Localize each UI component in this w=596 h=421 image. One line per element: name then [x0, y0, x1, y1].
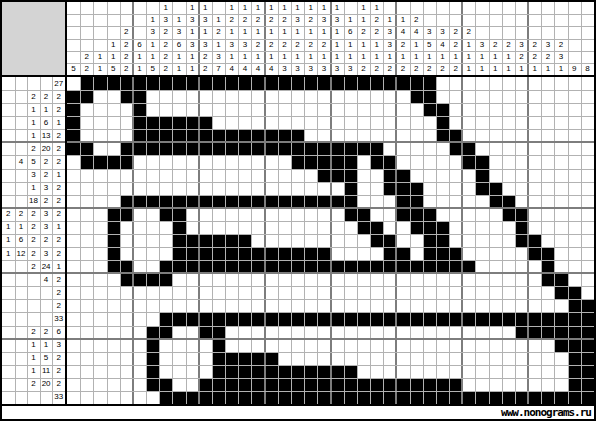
board-cell[interactable] — [304, 247, 317, 260]
col-clue-cell[interactable]: 6 — [133, 39, 146, 51]
board-cell[interactable] — [212, 234, 225, 247]
board-cell[interactable] — [80, 195, 93, 208]
board-cell[interactable] — [581, 155, 594, 168]
row-clue-cell[interactable]: 2 — [2, 208, 15, 221]
col-clue-cell[interactable]: 1 — [172, 14, 185, 26]
board-cell[interactable] — [172, 378, 185, 391]
board-cell[interactable] — [120, 90, 133, 103]
row-clue-cell[interactable]: 20 — [40, 142, 53, 155]
board-cell[interactable] — [133, 352, 146, 365]
board-cell[interactable] — [199, 169, 212, 182]
col-clue-cell[interactable]: 3 — [199, 39, 212, 51]
board-cell[interactable] — [410, 260, 423, 273]
board-cell[interactable] — [93, 273, 106, 286]
board-cell[interactable] — [278, 365, 291, 378]
board-cell[interactable] — [396, 221, 409, 234]
board-cell[interactable] — [541, 103, 554, 116]
board-cell[interactable] — [489, 195, 502, 208]
board-cell[interactable] — [344, 90, 357, 103]
col-clue-cell[interactable]: 8 — [581, 63, 594, 75]
board-cell[interactable] — [146, 312, 159, 325]
board-cell[interactable] — [225, 129, 238, 142]
board-cell[interactable] — [186, 103, 199, 116]
col-clue-cell[interactable]: 1 — [410, 39, 423, 51]
col-clue-cell[interactable]: 1 — [357, 14, 370, 26]
row-clue-cell[interactable]: 1 — [27, 365, 40, 378]
row-clue-cell[interactable]: 2 — [52, 195, 65, 208]
board-cell[interactable] — [67, 273, 80, 286]
board-cell[interactable] — [317, 103, 330, 116]
row-clue-cell[interactable]: 1 — [27, 116, 40, 129]
col-clue-cell[interactable]: 2 — [423, 63, 436, 75]
col-clue-cell[interactable]: 1 — [489, 63, 502, 75]
board-cell[interactable] — [423, 273, 436, 286]
board-cell[interactable] — [93, 260, 106, 273]
board-cell[interactable] — [67, 234, 80, 247]
col-clue-cell[interactable]: 2 — [251, 39, 264, 51]
col-clue-cell[interactable]: 1 — [212, 39, 225, 51]
board-cell[interactable] — [120, 273, 133, 286]
board-cell[interactable] — [291, 286, 304, 299]
col-clue-cell[interactable]: 1 — [225, 2, 238, 14]
board-cell[interactable] — [93, 116, 106, 129]
board-cell[interactable] — [331, 339, 344, 352]
board-cell[interactable] — [80, 182, 93, 195]
board-cell[interactable] — [159, 286, 172, 299]
board-cell[interactable] — [436, 221, 449, 234]
board-cell[interactable] — [449, 169, 462, 182]
board-cell[interactable] — [554, 142, 567, 155]
board-cell[interactable] — [67, 182, 80, 195]
board-cell[interactable] — [186, 234, 199, 247]
board-cell[interactable] — [370, 116, 383, 129]
board-cell[interactable] — [317, 378, 330, 391]
board-cell[interactable] — [581, 169, 594, 182]
col-clue-cell[interactable]: 1 — [554, 63, 567, 75]
board-cell[interactable] — [93, 299, 106, 312]
board-cell[interactable] — [107, 260, 120, 273]
board-cell[interactable] — [581, 208, 594, 221]
board-cell[interactable] — [278, 77, 291, 90]
board-cell[interactable] — [515, 90, 528, 103]
board-cell[interactable] — [568, 195, 581, 208]
board-cell[interactable] — [172, 273, 185, 286]
board-cell[interactable] — [199, 339, 212, 352]
board-cell[interactable] — [568, 286, 581, 299]
board-cell[interactable] — [291, 221, 304, 234]
row-clue-cell[interactable]: 2 — [52, 103, 65, 116]
row-clue-cell[interactable]: 1 — [2, 234, 15, 247]
board-cell[interactable] — [370, 312, 383, 325]
board-cell[interactable] — [107, 365, 120, 378]
board-cell[interactable] — [436, 378, 449, 391]
board-cell[interactable] — [462, 208, 475, 221]
board-cell[interactable] — [278, 195, 291, 208]
board-cell[interactable] — [186, 273, 199, 286]
board-cell[interactable] — [515, 339, 528, 352]
board-cell[interactable] — [449, 352, 462, 365]
board-cell[interactable] — [489, 129, 502, 142]
board-cell[interactable] — [423, 260, 436, 273]
board-cell[interactable] — [120, 299, 133, 312]
board-cell[interactable] — [238, 234, 251, 247]
col-clue-cell[interactable]: 2 — [528, 39, 541, 51]
board-cell[interactable] — [225, 155, 238, 168]
board-cell[interactable] — [436, 142, 449, 155]
board-cell[interactable] — [159, 103, 172, 116]
col-clue-cell[interactable]: 1 — [212, 14, 225, 26]
board-cell[interactable] — [554, 365, 567, 378]
board-cell[interactable] — [357, 195, 370, 208]
board-cell[interactable] — [291, 299, 304, 312]
board-cell[interactable] — [489, 299, 502, 312]
board-cell[interactable] — [278, 103, 291, 116]
board-cell[interactable] — [475, 378, 488, 391]
board-cell[interactable] — [265, 221, 278, 234]
board-cell[interactable] — [278, 326, 291, 339]
board-cell[interactable] — [396, 378, 409, 391]
col-clue-cell[interactable]: 2 — [410, 14, 423, 26]
board-cell[interactable] — [410, 365, 423, 378]
board-cell[interactable] — [489, 234, 502, 247]
board-cell[interactable] — [541, 299, 554, 312]
board-cell[interactable] — [107, 103, 120, 116]
board-cell[interactable] — [120, 326, 133, 339]
board-cell[interactable] — [317, 286, 330, 299]
board-cell[interactable] — [528, 286, 541, 299]
board-cell[interactable] — [515, 169, 528, 182]
board-cell[interactable] — [225, 339, 238, 352]
board-cell[interactable] — [502, 234, 515, 247]
board-cell[interactable] — [344, 195, 357, 208]
board-cell[interactable] — [568, 221, 581, 234]
board-cell[interactable] — [449, 299, 462, 312]
board-cell[interactable] — [331, 352, 344, 365]
board-cell[interactable] — [502, 208, 515, 221]
board-cell[interactable] — [528, 312, 541, 325]
board-cell[interactable] — [568, 182, 581, 195]
board-cell[interactable] — [568, 116, 581, 129]
board-cell[interactable] — [357, 391, 370, 404]
col-clue-cell[interactable]: 5 — [146, 63, 159, 75]
board-cell[interactable] — [554, 208, 567, 221]
board-cell[interactable] — [107, 77, 120, 90]
board-cell[interactable] — [331, 77, 344, 90]
board-cell[interactable] — [120, 103, 133, 116]
board-cell[interactable] — [265, 234, 278, 247]
board-cell[interactable] — [436, 169, 449, 182]
board-cell[interactable] — [159, 352, 172, 365]
board-cell[interactable] — [225, 208, 238, 221]
board-cell[interactable] — [489, 169, 502, 182]
board-cell[interactable] — [581, 391, 594, 404]
row-clue-cell[interactable]: 2 — [52, 182, 65, 195]
board-cell[interactable] — [238, 326, 251, 339]
board-cell[interactable] — [568, 247, 581, 260]
board-cell[interactable] — [172, 339, 185, 352]
board-cell[interactable] — [159, 182, 172, 195]
board-cell[interactable] — [383, 90, 396, 103]
board-cell[interactable] — [410, 142, 423, 155]
col-clue-cell[interactable]: 3 — [344, 63, 357, 75]
board-cell[interactable] — [186, 352, 199, 365]
col-clue-cell[interactable]: 3 — [317, 14, 330, 26]
col-clue-cell[interactable]: 3 — [383, 26, 396, 38]
board-cell[interactable] — [344, 391, 357, 404]
board-cell[interactable] — [449, 182, 462, 195]
board-cell[interactable] — [251, 182, 264, 195]
col-clue-cell[interactable]: 1 — [186, 26, 199, 38]
board-cell[interactable] — [278, 182, 291, 195]
board-cell[interactable] — [159, 247, 172, 260]
col-clue-cell[interactable]: 1 — [291, 2, 304, 14]
board-cell[interactable] — [199, 221, 212, 234]
board-cell[interactable] — [67, 247, 80, 260]
board-cell[interactable] — [475, 129, 488, 142]
board-cell[interactable] — [344, 182, 357, 195]
col-clue-cell[interactable]: 2 — [502, 39, 515, 51]
board-cell[interactable] — [172, 77, 185, 90]
board-cell[interactable] — [344, 142, 357, 155]
row-clue-cell[interactable]: 1 — [27, 129, 40, 142]
board-cell[interactable] — [265, 142, 278, 155]
board-cell[interactable] — [581, 103, 594, 116]
board-cell[interactable] — [172, 352, 185, 365]
board-cell[interactable] — [396, 155, 409, 168]
board-cell[interactable] — [107, 312, 120, 325]
board-cell[interactable] — [568, 352, 581, 365]
board-cell[interactable] — [357, 299, 370, 312]
board-cell[interactable] — [331, 391, 344, 404]
board-cell[interactable] — [265, 286, 278, 299]
board-cell[interactable] — [146, 169, 159, 182]
board-cell[interactable] — [528, 182, 541, 195]
board-cell[interactable] — [331, 169, 344, 182]
board-cell[interactable] — [199, 208, 212, 221]
board-cell[interactable] — [251, 129, 264, 142]
board-cell[interactable] — [133, 234, 146, 247]
board-cell[interactable] — [172, 208, 185, 221]
board-cell[interactable] — [278, 208, 291, 221]
board-cell[interactable] — [212, 195, 225, 208]
board-cell[interactable] — [383, 378, 396, 391]
board-cell[interactable] — [581, 326, 594, 339]
board-cell[interactable] — [133, 378, 146, 391]
board-cell[interactable] — [212, 339, 225, 352]
board-cell[interactable] — [304, 77, 317, 90]
col-clue-cell[interactable]: 1 — [238, 26, 251, 38]
board-cell[interactable] — [383, 391, 396, 404]
board-cell[interactable] — [370, 90, 383, 103]
board-cell[interactable] — [502, 312, 515, 325]
board-cell[interactable] — [568, 234, 581, 247]
board-cell[interactable] — [120, 339, 133, 352]
board-cell[interactable] — [80, 142, 93, 155]
board-cell[interactable] — [410, 312, 423, 325]
col-clue-cell[interactable]: 4 — [265, 63, 278, 75]
col-clue-cell[interactable]: 1 — [225, 51, 238, 63]
board-cell[interactable] — [317, 273, 330, 286]
board-cell[interactable] — [304, 391, 317, 404]
board-cell[interactable] — [528, 247, 541, 260]
board-cell[interactable] — [370, 391, 383, 404]
board-cell[interactable] — [133, 260, 146, 273]
board-cell[interactable] — [528, 299, 541, 312]
board-cell[interactable] — [515, 299, 528, 312]
board-cell[interactable] — [107, 169, 120, 182]
col-clue-cell[interactable]: 2 — [159, 26, 172, 38]
board-cell[interactable] — [146, 352, 159, 365]
board-cell[interactable] — [291, 260, 304, 273]
board-cell[interactable] — [278, 286, 291, 299]
board-cell[interactable] — [396, 208, 409, 221]
board-cell[interactable] — [133, 116, 146, 129]
row-clue-cell[interactable]: 2 — [52, 208, 65, 221]
board-cell[interactable] — [265, 247, 278, 260]
board-cell[interactable] — [396, 326, 409, 339]
board-cell[interactable] — [554, 286, 567, 299]
board-cell[interactable] — [304, 299, 317, 312]
board-cell[interactable] — [317, 182, 330, 195]
board-cell[interactable] — [423, 312, 436, 325]
board-cell[interactable] — [541, 129, 554, 142]
board-cell[interactable] — [251, 260, 264, 273]
board-cell[interactable] — [370, 339, 383, 352]
col-clue-cell[interactable]: 1 — [502, 51, 515, 63]
board-cell[interactable] — [423, 103, 436, 116]
board-cell[interactable] — [383, 365, 396, 378]
board-cell[interactable] — [107, 142, 120, 155]
board-cell[interactable] — [344, 77, 357, 90]
board-cell[interactable] — [436, 195, 449, 208]
board-cell[interactable] — [133, 326, 146, 339]
col-clue-cell[interactable]: 5 — [423, 39, 436, 51]
col-clue-cell[interactable]: 2 — [304, 14, 317, 26]
board-cell[interactable] — [581, 221, 594, 234]
board-cell[interactable] — [370, 273, 383, 286]
col-clue-cell[interactable]: 3 — [317, 63, 330, 75]
board-cell[interactable] — [357, 221, 370, 234]
board-cell[interactable] — [120, 391, 133, 404]
board-cell[interactable] — [291, 155, 304, 168]
board-cell[interactable] — [331, 142, 344, 155]
board-cell[interactable] — [331, 195, 344, 208]
board-cell[interactable] — [251, 378, 264, 391]
board-cell[interactable] — [502, 326, 515, 339]
board-cell[interactable] — [159, 234, 172, 247]
board-cell[interactable] — [502, 155, 515, 168]
col-clue-cell[interactable]: 1 — [146, 51, 159, 63]
board-cell[interactable] — [172, 221, 185, 234]
board-cell[interactable] — [541, 90, 554, 103]
board-cell[interactable] — [251, 103, 264, 116]
board-cell[interactable] — [370, 129, 383, 142]
board-cell[interactable] — [172, 182, 185, 195]
board-cell[interactable] — [317, 90, 330, 103]
col-clue-cell[interactable]: 2 — [554, 39, 567, 51]
board-cell[interactable] — [528, 142, 541, 155]
row-clue-cell[interactable]: 2 — [52, 299, 65, 312]
board-cell[interactable] — [515, 77, 528, 90]
board-cell[interactable] — [146, 260, 159, 273]
board-cell[interactable] — [304, 312, 317, 325]
board-cell[interactable] — [186, 169, 199, 182]
board-cell[interactable] — [370, 155, 383, 168]
board-cell[interactable] — [120, 77, 133, 90]
row-clue-cell[interactable]: 2 — [27, 221, 40, 234]
board-cell[interactable] — [159, 312, 172, 325]
board-cell[interactable] — [436, 90, 449, 103]
row-clue-cell[interactable]: 2 — [27, 90, 40, 103]
board-cell[interactable] — [67, 365, 80, 378]
board-cell[interactable] — [278, 378, 291, 391]
board-cell[interactable] — [67, 221, 80, 234]
board-cell[interactable] — [449, 339, 462, 352]
board-cell[interactable] — [238, 169, 251, 182]
board-cell[interactable] — [80, 208, 93, 221]
board-cell[interactable] — [502, 169, 515, 182]
board-cell[interactable] — [396, 339, 409, 352]
board-cell[interactable] — [212, 77, 225, 90]
board-cell[interactable] — [502, 365, 515, 378]
board-cell[interactable] — [278, 90, 291, 103]
col-clue-cell[interactable]: 3 — [436, 26, 449, 38]
board-cell[interactable] — [449, 234, 462, 247]
board-cell[interactable] — [93, 365, 106, 378]
board-cell[interactable] — [344, 260, 357, 273]
board-cell[interactable] — [120, 234, 133, 247]
board-cell[interactable] — [107, 129, 120, 142]
board-cell[interactable] — [251, 234, 264, 247]
board-cell[interactable] — [344, 273, 357, 286]
col-clue-cell[interactable]: 3 — [186, 14, 199, 26]
board-cell[interactable] — [225, 286, 238, 299]
board-cell[interactable] — [67, 299, 80, 312]
row-clue-cell[interactable]: 1 — [2, 221, 15, 234]
board-cell[interactable] — [515, 103, 528, 116]
board-cell[interactable] — [238, 273, 251, 286]
board-cell[interactable] — [423, 155, 436, 168]
board-cell[interactable] — [80, 312, 93, 325]
board-cell[interactable] — [357, 208, 370, 221]
board-cell[interactable] — [581, 273, 594, 286]
board-cell[interactable] — [344, 116, 357, 129]
board-cell[interactable] — [449, 103, 462, 116]
board-cell[interactable] — [225, 90, 238, 103]
board-cell[interactable] — [120, 169, 133, 182]
board-cell[interactable] — [344, 352, 357, 365]
board-cell[interactable] — [581, 299, 594, 312]
board-cell[interactable] — [475, 326, 488, 339]
board-cell[interactable] — [186, 339, 199, 352]
board-cell[interactable] — [159, 339, 172, 352]
board-cell[interactable] — [107, 352, 120, 365]
row-clue-cell[interactable]: 24 — [40, 260, 53, 273]
board-cell[interactable] — [410, 339, 423, 352]
board-cell[interactable] — [146, 378, 159, 391]
board-cell[interactable] — [344, 299, 357, 312]
board-cell[interactable] — [331, 312, 344, 325]
board-cell[interactable] — [133, 103, 146, 116]
col-clue-cell[interactable]: 3 — [291, 63, 304, 75]
row-clue-cell[interactable]: 2 — [52, 142, 65, 155]
row-clue-cell[interactable]: 6 — [15, 234, 28, 247]
board-cell[interactable] — [265, 339, 278, 352]
col-clue-cell[interactable]: 3 — [291, 14, 304, 26]
board-cell[interactable] — [568, 129, 581, 142]
board-cell[interactable] — [107, 339, 120, 352]
board-cell[interactable] — [238, 116, 251, 129]
